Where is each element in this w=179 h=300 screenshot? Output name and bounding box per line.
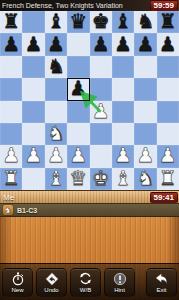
square-g4[interactable] [134,101,156,123]
white-pawn: ♟ [159,145,177,165]
bottom-toolbar: New Undo W/B [0,263,179,300]
square-d7[interactable] [67,33,89,55]
last-move-strip[interactable]: ♞ B1-C3 [0,203,179,217]
square-c2[interactable]: ♟ [45,145,67,167]
black-knight: ♞ [47,56,65,76]
square-d6[interactable] [67,56,89,78]
square-e3[interactable] [90,123,112,145]
square-f3[interactable] [112,123,134,145]
square-b5[interactable] [22,78,44,100]
chess-app-screen: French Defense, Two Knights Variation 59… [0,0,179,300]
square-c8[interactable]: ♝ [45,11,67,33]
black-pawn: ♟ [92,34,110,54]
black-bishop: ♝ [114,11,132,31]
square-b4[interactable] [22,101,44,123]
square-h2[interactable]: ♟ [157,145,179,167]
square-c3[interactable]: ♞ [45,123,67,145]
square-b3[interactable] [22,123,44,145]
square-c1[interactable]: ♝ [45,168,67,190]
square-g1[interactable]: ♞ [134,168,156,190]
square-e7[interactable]: ♟ [90,33,112,55]
square-e5[interactable] [90,78,112,100]
square-e1[interactable]: ♚ [90,168,112,190]
hint-button-label: Hint [114,287,125,294]
square-f8[interactable]: ♝ [112,11,134,33]
square-a2[interactable]: ♟ [0,145,22,167]
white-pawn: ♟ [47,145,65,165]
square-c7[interactable]: ♟ [45,33,67,55]
swap-colors-icon [78,271,94,287]
wb-button-label: W/B [80,287,91,294]
square-d3[interactable] [67,123,89,145]
black-pawn: ♟ [2,34,20,54]
square-g7[interactable]: ♟ [134,33,156,55]
black-pawn: ♟ [25,34,43,54]
stopwatch-icon [10,271,26,287]
square-b7[interactable]: ♟ [22,33,44,55]
chess-board[interactable]: ♜♝♛♚♝♞♜♟♟♟♟♟♟♟♞♟♟♞♟♟♟♟♟♟♟♜♝♛♚♝♞♜ [0,11,179,190]
square-f7[interactable]: ♟ [112,33,134,55]
square-g2[interactable]: ♟ [134,145,156,167]
square-h4[interactable] [157,101,179,123]
square-a4[interactable] [0,101,22,123]
black-rook: ♜ [159,11,177,31]
switch-sides-button[interactable]: W/B [70,268,101,297]
black-rook: ♜ [2,11,20,31]
white-king: ♚ [92,168,110,188]
square-a6[interactable] [0,56,22,78]
player-bar: Me 59:41 [0,190,179,203]
hint-button[interactable]: Hint [104,268,135,297]
square-a8[interactable]: ♜ [0,11,22,33]
black-king: ♚ [92,11,110,31]
square-e6[interactable] [90,56,112,78]
undo-diamond-icon [44,271,60,287]
square-a1[interactable]: ♜ [0,168,22,190]
black-knight: ♞ [136,11,154,31]
square-f1[interactable]: ♝ [112,168,134,190]
new-button-label: New [11,287,23,294]
square-e8[interactable]: ♚ [90,11,112,33]
white-knight-icon: ♞ [3,205,13,215]
last-move-text: B1-C3 [17,207,37,214]
white-pawn: ♟ [114,145,132,165]
black-pawn: ♟ [69,78,87,98]
square-f6[interactable] [112,56,134,78]
square-d1[interactable]: ♛ [67,168,89,190]
white-bishop: ♝ [47,168,65,188]
player-clock-badge: 59:41 [150,192,178,203]
white-knight: ♞ [47,123,65,143]
white-knight: ♞ [136,168,154,188]
player-name: Me [0,193,14,202]
square-c6[interactable]: ♞ [45,56,67,78]
white-queen: ♛ [69,168,87,188]
square-f2[interactable]: ♟ [112,145,134,167]
square-a3[interactable] [0,123,22,145]
square-g8[interactable]: ♞ [134,11,156,33]
undo-button-label: Undo [44,287,58,294]
white-pawn: ♟ [136,145,154,165]
exit-button-label: Exit [156,287,166,294]
square-d4[interactable] [67,101,89,123]
square-c5[interactable] [45,78,67,100]
square-b8[interactable] [22,11,44,33]
square-f4[interactable] [112,101,134,123]
white-pawn: ♟ [92,101,110,121]
square-h6[interactable] [157,56,179,78]
square-e4[interactable]: ♟ [90,101,112,123]
square-a5[interactable] [0,78,22,100]
opening-name-title: French Defense, Two Knights Variation [0,2,123,9]
white-pawn: ♟ [69,145,87,165]
square-h7[interactable]: ♟ [157,33,179,55]
square-e2[interactable] [90,145,112,167]
square-d2[interactable]: ♟ [67,145,89,167]
exit-button[interactable]: Exit [146,268,177,297]
black-queen: ♛ [69,11,87,31]
black-pawn: ♟ [159,34,177,54]
square-b1[interactable] [22,168,44,190]
white-pawn: ♟ [2,145,20,165]
square-g6[interactable] [134,56,156,78]
black-pawn: ♟ [114,34,132,54]
square-d8[interactable]: ♛ [67,11,89,33]
square-h8[interactable]: ♜ [157,11,179,33]
square-g3[interactable] [134,123,156,145]
white-rook: ♜ [159,168,177,188]
square-f5[interactable] [112,78,134,100]
undo-button[interactable]: Undo [36,268,67,297]
black-pawn: ♟ [47,34,65,54]
square-g5[interactable] [134,78,156,100]
square-c4[interactable] [45,101,67,123]
hint-exclamation-icon [112,271,128,287]
square-h3[interactable] [157,123,179,145]
square-h5[interactable] [157,78,179,100]
white-bishop: ♝ [114,168,132,188]
exit-return-arrow-icon [154,271,170,287]
black-pawn: ♟ [136,34,154,54]
square-b6[interactable] [22,56,44,78]
square-b2[interactable]: ♟ [22,145,44,167]
square-h1[interactable]: ♜ [157,168,179,190]
new-game-button[interactable]: New [2,268,33,297]
square-a7[interactable]: ♟ [0,33,22,55]
white-pawn: ♟ [25,145,43,165]
white-rook: ♜ [2,168,20,188]
black-bishop: ♝ [47,11,65,31]
square-d5[interactable]: ♟ [67,78,89,100]
